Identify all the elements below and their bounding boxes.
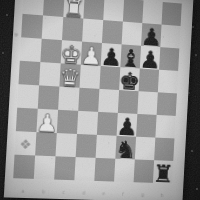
file-label-a: a [12,187,33,194]
square-g7[interactable]: ♟ [141,23,161,47]
piece-black-pawn[interactable]: ♟ [139,48,161,73]
square-c6[interactable]: ♚ [61,40,82,64]
square-e4[interactable] [98,89,119,113]
square-d2[interactable] [76,134,97,158]
square-e7[interactable] [102,20,123,44]
square-c8[interactable]: ♜ [63,0,84,19]
square-a6[interactable] [20,37,42,62]
square-b8[interactable] [43,0,65,17]
square-a3[interactable] [16,108,38,132]
square-a7[interactable] [21,14,43,39]
chess-photo-scene: ® ♜♟♚♟♟♝♟♛♚♟♟♞♜ ❖ abcdefgh [0,0,200,200]
square-d8[interactable] [83,0,104,20]
file-label-c: c [53,189,74,196]
square-e6[interactable]: ♟ [101,43,122,67]
square-d1[interactable] [74,157,95,181]
file-label-d: d [74,189,94,196]
square-f6[interactable]: ♝ [120,44,141,68]
square-d4[interactable] [78,88,99,112]
square-b3[interactable]: ♟ [36,109,58,133]
file-label-g: g [133,191,153,198]
square-b7[interactable] [42,15,64,40]
square-b5[interactable] [39,62,61,87]
square-g2[interactable] [135,137,156,161]
board-logo-ornament: ❖ [17,134,35,155]
board-brand-stamp: ® [13,30,20,39]
square-c2[interactable] [55,133,76,157]
square-g6[interactable]: ♟ [140,46,160,70]
piece-black-knight[interactable]: ♞ [114,138,136,163]
square-d7[interactable] [82,19,103,43]
piece-white-queen[interactable]: ♛ [58,65,81,90]
piece-black-rook[interactable]: ♜ [152,162,174,186]
board-perspective-wrap: ® ♜♟♚♟♟♝♟♛♚♟♟♞♜ ❖ abcdefgh [4,0,194,200]
square-e8[interactable] [103,0,124,22]
square-h7[interactable] [160,25,180,49]
file-label-e: e [93,190,113,197]
background-dust [0,0,2,2]
square-g3[interactable] [136,114,157,138]
square-f5[interactable]: ♚ [119,67,140,91]
square-h3[interactable] [155,115,175,139]
square-h4[interactable] [157,92,177,116]
square-g1[interactable] [134,159,155,182]
piece-white-pawn[interactable]: ♟ [35,111,58,136]
file-label-h: h [152,192,171,198]
piece-white-rook[interactable]: ♜ [62,0,85,22]
square-f2[interactable]: ♞ [115,136,136,160]
square-e3[interactable] [97,112,118,136]
square-e2[interactable] [96,135,117,159]
square-e1[interactable] [94,158,115,182]
square-a1[interactable] [13,155,35,179]
square-d3[interactable] [77,111,98,135]
piece-black-king[interactable]: ♚ [118,69,140,94]
square-a5[interactable] [19,61,41,86]
square-h6[interactable] [159,47,179,71]
square-h8[interactable] [162,2,182,26]
square-g8[interactable] [142,0,162,24]
square-h5[interactable] [158,70,178,94]
square-f8[interactable] [123,0,144,23]
board-grid: ♜♟♚♟♟♝♟♛♚♟♟♞♜ [13,0,182,184]
square-g4[interactable] [137,91,158,115]
square-d6[interactable]: ♟ [81,42,102,66]
square-b4[interactable] [38,85,60,109]
chess-board[interactable]: ® ♜♟♚♟♟♝♟♛♚♟♟♞♜ ❖ abcdefgh [4,0,194,200]
square-c1[interactable] [54,156,75,180]
square-b6[interactable] [40,39,62,64]
square-h2[interactable] [154,138,174,161]
square-a4[interactable] [17,84,39,109]
square-c3[interactable] [57,110,78,134]
square-b1[interactable] [34,155,56,179]
square-f7[interactable] [122,22,143,46]
square-f3[interactable]: ♟ [117,113,138,137]
square-c5[interactable]: ♛ [59,63,80,87]
file-label-f: f [113,191,133,198]
file-label-b: b [33,188,54,195]
file-labels: abcdefgh [12,187,171,198]
square-h1[interactable]: ♜ [153,160,173,183]
